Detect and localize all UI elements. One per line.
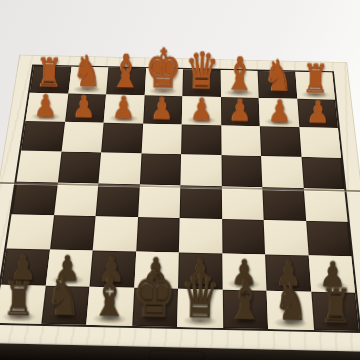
square-g1[interactable]: ♞ [68, 67, 108, 95]
square-a2[interactable]: ♟ [297, 99, 338, 128]
square-e8[interactable]: ♚ [132, 288, 178, 327]
piece-white-bishop: ♝ [110, 50, 141, 94]
square-d5[interactable] [180, 185, 222, 219]
piece-black-pawn: ♟ [231, 255, 258, 289]
piece-white-king: ♚ [145, 42, 182, 95]
piece-black-pawn: ♟ [187, 254, 214, 288]
square-c8[interactable]: ♝ [222, 290, 268, 329]
square-e5[interactable] [138, 184, 181, 218]
piece-black-pawn: ♟ [55, 251, 82, 285]
square-c7[interactable]: ♟ [222, 253, 267, 290]
square-h7[interactable]: ♟ [1, 249, 50, 286]
square-d3[interactable] [181, 125, 221, 156]
square-f4[interactable] [98, 152, 141, 184]
square-d2[interactable]: ♟ [182, 96, 221, 125]
square-g2[interactable]: ♟ [65, 94, 106, 123]
square-c1[interactable]: ♝ [220, 70, 258, 98]
square-g5[interactable] [54, 183, 99, 217]
square-g6[interactable] [50, 215, 96, 250]
piece-white-pawn: ♟ [73, 92, 96, 122]
square-d7[interactable]: ♟ [178, 252, 222, 289]
chess-set-photo: chess ♜♞♝♚♛♝♞♜♟♟♟♟♟♟♟♟♟♟♟♟♟♟♟♟♜♞♝♚♛♝♞♜ [0, 0, 360, 360]
piece-white-pawn: ♟ [112, 92, 135, 122]
square-b4[interactable] [261, 156, 303, 188]
folding-board: ♜♞♝♚♛♝♞♜♟♟♟♟♟♟♟♟♟♟♟♟♟♟♟♟♜♞♝♚♛♝♞♜ [0, 55, 360, 352]
square-h2[interactable]: ♟ [26, 93, 68, 122]
square-h1[interactable]: ♜ [30, 66, 71, 94]
square-a3[interactable] [299, 127, 341, 158]
brass-latch-icon [150, 351, 204, 360]
square-d1[interactable]: ♛ [182, 69, 220, 97]
square-b7[interactable]: ♟ [265, 254, 311, 291]
square-c2[interactable]: ♟ [221, 97, 260, 126]
square-f2[interactable]: ♟ [104, 94, 145, 123]
square-a7[interactable]: ♟ [308, 255, 355, 292]
square-a6[interactable] [306, 221, 352, 256]
piece-white-rook: ♜ [36, 54, 63, 92]
piece-white-pawn: ♟ [268, 96, 291, 126]
square-b2[interactable]: ♟ [259, 98, 299, 127]
piece-white-pawn: ♟ [151, 93, 174, 123]
square-f5[interactable] [96, 183, 140, 217]
piece-black-pawn: ♟ [276, 256, 303, 290]
square-a8[interactable]: ♜ [311, 292, 359, 331]
piece-white-pawn: ♟ [307, 97, 330, 127]
square-e7[interactable]: ♟ [134, 251, 179, 288]
square-h3[interactable] [21, 121, 64, 151]
square-f3[interactable] [101, 123, 143, 154]
square-b6[interactable] [264, 220, 309, 255]
square-a4[interactable] [301, 157, 344, 189]
square-g7[interactable]: ♟ [45, 250, 92, 287]
piece-white-queen: ♛ [185, 47, 220, 96]
square-c5[interactable] [221, 186, 263, 220]
square-f7[interactable]: ♟ [90, 250, 136, 287]
square-e4[interactable] [139, 153, 181, 185]
square-a5[interactable] [303, 188, 347, 222]
square-h6[interactable] [6, 214, 53, 249]
square-f8[interactable]: ♝ [86, 287, 134, 326]
square-g4[interactable] [57, 151, 101, 183]
square-b8[interactable]: ♞ [267, 291, 314, 330]
square-h5[interactable] [12, 182, 58, 216]
piece-white-bishop: ♝ [224, 53, 255, 97]
square-a1[interactable]: ♜ [295, 72, 335, 100]
square-h4[interactable] [16, 151, 61, 183]
piece-white-rook: ♜ [303, 60, 330, 98]
square-b3[interactable] [260, 126, 301, 157]
square-d6[interactable] [179, 218, 222, 253]
square-f6[interactable] [93, 216, 138, 251]
square-c6[interactable] [222, 219, 265, 254]
square-c3[interactable] [221, 125, 261, 156]
piece-black-pawn: ♟ [10, 250, 37, 284]
piece-black-pawn: ♟ [143, 253, 170, 287]
square-d8[interactable]: ♛ [177, 289, 222, 328]
piece-white-pawn: ♟ [229, 95, 252, 125]
square-e3[interactable] [141, 124, 182, 155]
square-e1[interactable]: ♚ [144, 68, 183, 96]
square-e2[interactable]: ♟ [143, 95, 183, 124]
square-d4[interactable] [180, 154, 221, 186]
piece-white-knight: ♞ [263, 56, 293, 98]
square-g8[interactable]: ♞ [41, 286, 90, 325]
piece-black-pawn: ♟ [99, 252, 126, 286]
square-g3[interactable] [61, 122, 104, 153]
square-b5[interactable] [262, 187, 305, 221]
piece-white-pawn: ♟ [34, 91, 57, 121]
square-b1[interactable]: ♞ [258, 71, 297, 99]
square-h8[interactable]: ♜ [0, 285, 45, 324]
square-f1[interactable]: ♝ [106, 68, 146, 96]
board-near-edge [0, 343, 360, 360]
piece-white-pawn: ♟ [190, 94, 213, 124]
piece-white-knight: ♞ [73, 51, 103, 93]
square-e6[interactable] [136, 217, 180, 252]
square-c4[interactable] [221, 155, 262, 187]
piece-black-pawn: ♟ [320, 257, 347, 291]
chess-board: ♜♞♝♚♛♝♞♜♟♟♟♟♟♟♟♟♟♟♟♟♟♟♟♟♜♞♝♚♛♝♞♜ [0, 64, 360, 333]
